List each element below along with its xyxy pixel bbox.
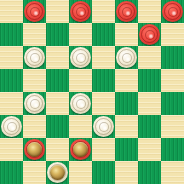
square-r3c6[interactable] [138,69,161,92]
white-man[interactable] [1,116,22,137]
square-r1c3 [69,23,92,46]
white-man[interactable] [116,47,137,68]
red-king[interactable] [24,139,45,160]
square-r7c3 [69,161,92,184]
square-r0c0 [0,0,23,23]
square-r4c1[interactable] [23,92,46,115]
square-r3c1 [23,69,46,92]
square-r5c4[interactable] [92,115,115,138]
square-r6c1[interactable] [23,138,46,161]
square-r7c6[interactable] [138,161,161,184]
square-r1c6[interactable] [138,23,161,46]
square-r1c2[interactable] [46,23,69,46]
square-r6c5[interactable] [115,138,138,161]
square-r5c2[interactable] [46,115,69,138]
square-r0c2 [46,0,69,23]
square-r2c6 [138,46,161,69]
square-r0c6 [138,0,161,23]
square-r1c5 [115,23,138,46]
square-r3c4[interactable] [92,69,115,92]
square-r2c7[interactable] [161,46,184,69]
square-r2c5[interactable] [115,46,138,69]
square-r7c4[interactable] [92,161,115,184]
square-r0c3[interactable] [69,0,92,23]
square-r0c4 [92,0,115,23]
square-r5c7 [161,115,184,138]
square-r6c0 [0,138,23,161]
red-man[interactable] [70,1,91,22]
square-r2c0 [0,46,23,69]
square-r1c7 [161,23,184,46]
red-king[interactable] [70,139,91,160]
square-r6c6 [138,138,161,161]
square-r3c0[interactable] [0,69,23,92]
square-r2c4 [92,46,115,69]
square-r3c5 [115,69,138,92]
square-r6c4 [92,138,115,161]
square-r3c7 [161,69,184,92]
square-r4c0 [0,92,23,115]
square-r7c0[interactable] [0,161,23,184]
red-man[interactable] [116,1,137,22]
square-r4c2 [46,92,69,115]
red-man[interactable] [24,1,45,22]
white-man[interactable] [93,116,114,137]
square-r4c6 [138,92,161,115]
red-man[interactable] [162,1,183,22]
square-r6c3[interactable] [69,138,92,161]
square-r7c1 [23,161,46,184]
square-r4c4 [92,92,115,115]
square-r7c5 [115,161,138,184]
white-king[interactable] [47,162,68,183]
white-man[interactable] [70,47,91,68]
square-r5c1 [23,115,46,138]
square-r5c5 [115,115,138,138]
square-r0c7[interactable] [161,0,184,23]
square-r1c0[interactable] [0,23,23,46]
red-man[interactable] [139,24,160,45]
square-r0c5[interactable] [115,0,138,23]
square-r6c7[interactable] [161,138,184,161]
white-man[interactable] [24,47,45,68]
square-r5c3 [69,115,92,138]
square-r3c3 [69,69,92,92]
king-crown-icon [27,142,42,157]
king-crown-icon [73,142,88,157]
square-r3c2[interactable] [46,69,69,92]
square-r7c7 [161,161,184,184]
square-r1c1 [23,23,46,46]
checkers-board [0,0,184,184]
square-r7c2[interactable] [46,161,69,184]
square-r2c2 [46,46,69,69]
square-r2c1[interactable] [23,46,46,69]
white-man[interactable] [24,93,45,114]
square-r5c6[interactable] [138,115,161,138]
square-r5c0[interactable] [0,115,23,138]
square-r4c5[interactable] [115,92,138,115]
king-crown-icon [50,165,65,180]
square-r6c2 [46,138,69,161]
square-r1c4[interactable] [92,23,115,46]
white-man[interactable] [70,93,91,114]
square-r0c1[interactable] [23,0,46,23]
square-r4c7[interactable] [161,92,184,115]
square-r4c3[interactable] [69,92,92,115]
square-r2c3[interactable] [69,46,92,69]
